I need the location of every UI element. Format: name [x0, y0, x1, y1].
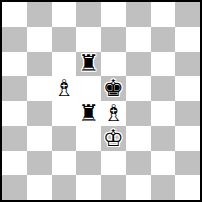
square-e3[interactable]: ♔ — [101, 126, 126, 151]
square-g4[interactable] — [151, 101, 176, 126]
square-h4[interactable] — [175, 101, 200, 126]
square-c1[interactable] — [52, 175, 77, 200]
square-d3[interactable] — [76, 126, 101, 151]
square-f8[interactable] — [126, 2, 151, 27]
square-c3[interactable] — [52, 126, 77, 151]
square-g1[interactable] — [151, 175, 176, 200]
square-h6[interactable] — [175, 52, 200, 77]
square-b4[interactable] — [27, 101, 52, 126]
white-bishop-icon: ♗ — [54, 77, 75, 100]
square-f3[interactable] — [126, 126, 151, 151]
square-a1[interactable] — [2, 175, 27, 200]
square-b5[interactable] — [27, 76, 52, 101]
black-rook-icon: ♜ — [78, 52, 99, 75]
square-b3[interactable] — [27, 126, 52, 151]
square-h8[interactable] — [175, 2, 200, 27]
square-a5[interactable] — [2, 76, 27, 101]
chess-diagram: ♜♗♚♜♗♔ — [0, 0, 202, 202]
square-d1[interactable] — [76, 175, 101, 200]
square-d5[interactable] — [76, 76, 101, 101]
square-h3[interactable] — [175, 126, 200, 151]
square-a6[interactable] — [2, 52, 27, 77]
black-rook-icon: ♜ — [78, 102, 99, 125]
square-e4[interactable]: ♗ — [101, 101, 126, 126]
square-h1[interactable] — [175, 175, 200, 200]
square-d7[interactable] — [76, 27, 101, 52]
square-b7[interactable] — [27, 27, 52, 52]
square-a7[interactable] — [2, 27, 27, 52]
square-f1[interactable] — [126, 175, 151, 200]
chess-board: ♜♗♚♜♗♔ — [0, 0, 202, 202]
square-f4[interactable] — [126, 101, 151, 126]
square-e1[interactable] — [101, 175, 126, 200]
square-h7[interactable] — [175, 27, 200, 52]
square-g2[interactable] — [151, 151, 176, 176]
square-g3[interactable] — [151, 126, 176, 151]
square-e2[interactable] — [101, 151, 126, 176]
square-f5[interactable] — [126, 76, 151, 101]
square-b2[interactable] — [27, 151, 52, 176]
square-e5[interactable]: ♚ — [101, 76, 126, 101]
square-d8[interactable] — [76, 2, 101, 27]
square-d2[interactable] — [76, 151, 101, 176]
square-b6[interactable] — [27, 52, 52, 77]
square-c7[interactable] — [52, 27, 77, 52]
white-bishop-icon: ♗ — [103, 102, 124, 125]
square-d4[interactable]: ♜ — [76, 101, 101, 126]
square-a8[interactable] — [2, 2, 27, 27]
square-f2[interactable] — [126, 151, 151, 176]
square-c2[interactable] — [52, 151, 77, 176]
square-g8[interactable] — [151, 2, 176, 27]
square-g7[interactable] — [151, 27, 176, 52]
square-h5[interactable] — [175, 76, 200, 101]
white-king-icon: ♔ — [103, 127, 124, 150]
square-b1[interactable] — [27, 175, 52, 200]
square-a3[interactable] — [2, 126, 27, 151]
black-king-icon: ♚ — [103, 77, 124, 100]
square-c4[interactable] — [52, 101, 77, 126]
square-g5[interactable] — [151, 76, 176, 101]
square-b8[interactable] — [27, 2, 52, 27]
square-h2[interactable] — [175, 151, 200, 176]
square-c6[interactable] — [52, 52, 77, 77]
square-e8[interactable] — [101, 2, 126, 27]
square-g6[interactable] — [151, 52, 176, 77]
square-c5[interactable]: ♗ — [52, 76, 77, 101]
square-f7[interactable] — [126, 27, 151, 52]
square-a4[interactable] — [2, 101, 27, 126]
square-e7[interactable] — [101, 27, 126, 52]
square-d6[interactable]: ♜ — [76, 52, 101, 77]
square-f6[interactable] — [126, 52, 151, 77]
square-e6[interactable] — [101, 52, 126, 77]
square-a2[interactable] — [2, 151, 27, 176]
square-c8[interactable] — [52, 2, 77, 27]
